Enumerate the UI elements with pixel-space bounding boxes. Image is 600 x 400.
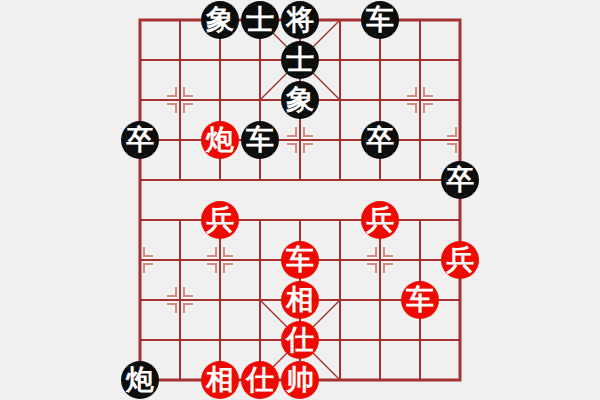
piece-black-pawn[interactable]: 卒 [121,121,159,159]
piece-black-chariot[interactable]: 车 [241,121,279,159]
piece-red-advisor[interactable]: 仕 [241,361,279,399]
piece-red-elephant[interactable]: 相 [201,361,239,399]
piece-red-pawn[interactable]: 兵 [201,201,239,239]
piece-black-cannon[interactable]: 炮 [121,361,159,399]
piece-black-elephant[interactable]: 象 [201,1,239,39]
xiangqi-board-screenshot: 象士将车士象卒炮车卒卒兵兵车兵相车仕炮相仕帅 [0,0,600,400]
piece-black-chariot[interactable]: 车 [361,1,399,39]
xiangqi-board: 象士将车士象卒炮车卒卒兵兵车兵相车仕炮相仕帅 [120,0,480,400]
piece-red-elephant[interactable]: 相 [281,281,319,319]
piece-red-pawn[interactable]: 兵 [441,241,479,279]
piece-red-cannon[interactable]: 炮 [201,121,239,159]
piece-red-chariot[interactable]: 车 [281,241,319,279]
piece-red-general[interactable]: 帅 [281,361,319,399]
piece-black-advisor[interactable]: 士 [241,1,279,39]
piece-black-pawn[interactable]: 卒 [441,161,479,199]
piece-black-advisor[interactable]: 士 [281,41,319,79]
piece-red-pawn[interactable]: 兵 [361,201,399,239]
piece-black-elephant[interactable]: 象 [281,81,319,119]
piece-red-advisor[interactable]: 仕 [281,321,319,359]
piece-black-general[interactable]: 将 [281,1,319,39]
piece-red-chariot[interactable]: 车 [401,281,439,319]
piece-black-pawn[interactable]: 卒 [361,121,399,159]
